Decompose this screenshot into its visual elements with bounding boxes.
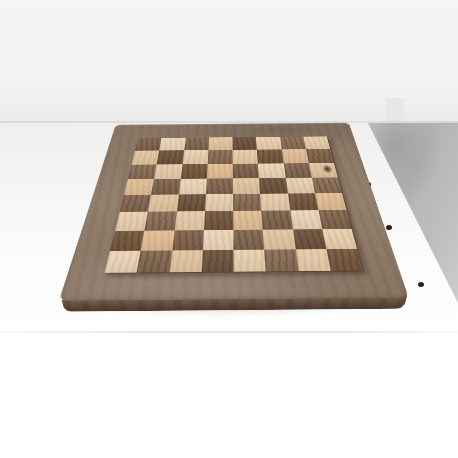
- board-square[interactable]: [157, 150, 184, 164]
- board-square[interactable]: [145, 212, 177, 231]
- photo-scene: [0, 0, 458, 458]
- board-square[interactable]: [176, 194, 205, 211]
- board-square[interactable]: [169, 250, 203, 272]
- board-square[interactable]: [105, 251, 141, 273]
- board-square[interactable]: [287, 193, 318, 210]
- board-square[interactable]: [115, 212, 148, 231]
- board-square[interactable]: [132, 151, 160, 165]
- board-square[interactable]: [137, 250, 172, 272]
- board-frame: [59, 123, 409, 301]
- board-square[interactable]: [326, 249, 363, 271]
- board-square[interactable]: [205, 194, 233, 211]
- chessboard: [59, 123, 409, 301]
- board-square[interactable]: [257, 150, 283, 164]
- board-square[interactable]: [295, 249, 330, 271]
- board-square[interactable]: [154, 164, 182, 179]
- board-square[interactable]: [312, 177, 342, 193]
- screw-hole: [386, 225, 392, 230]
- board-square[interactable]: [233, 163, 259, 178]
- board-square[interactable]: [141, 230, 174, 250]
- board-square[interactable]: [201, 250, 233, 272]
- board-square[interactable]: [233, 150, 258, 164]
- board-square[interactable]: [184, 137, 209, 150]
- board-square[interactable]: [148, 194, 178, 211]
- board-square[interactable]: [233, 211, 263, 230]
- board-square[interactable]: [285, 178, 314, 194]
- wall-frame-shadow: [386, 98, 404, 123]
- board-square[interactable]: [233, 178, 260, 194]
- board-square[interactable]: [233, 194, 262, 211]
- board-square[interactable]: [120, 195, 152, 212]
- board-square[interactable]: [204, 211, 234, 230]
- board-square[interactable]: [306, 149, 334, 163]
- table-front-edge: [0, 331, 458, 333]
- board-square[interactable]: [128, 164, 157, 179]
- board-square[interactable]: [110, 230, 145, 250]
- board-square[interactable]: [292, 229, 326, 249]
- board-square[interactable]: [159, 138, 185, 151]
- board-square[interactable]: [182, 150, 208, 164]
- board-square[interactable]: [303, 136, 330, 149]
- board-square[interactable]: [203, 230, 234, 250]
- board-square[interactable]: [172, 230, 204, 250]
- board-square[interactable]: [280, 137, 306, 150]
- table-back-edge: [0, 121, 458, 123]
- board-square[interactable]: [263, 229, 295, 249]
- board-square[interactable]: [206, 178, 233, 194]
- board-square[interactable]: [179, 178, 207, 194]
- board-square[interactable]: [180, 164, 207, 179]
- board-square[interactable]: [260, 194, 290, 211]
- board-square[interactable]: [290, 210, 322, 229]
- board-square[interactable]: [283, 163, 311, 178]
- board-square[interactable]: [208, 137, 232, 150]
- board-square[interactable]: [264, 249, 298, 271]
- board-square[interactable]: [258, 163, 285, 178]
- board-square[interactable]: [151, 179, 180, 195]
- board-square[interactable]: [233, 137, 258, 150]
- board-square[interactable]: [174, 211, 205, 230]
- board-square[interactable]: [262, 211, 293, 230]
- board-square[interactable]: [322, 229, 357, 249]
- board-square[interactable]: [207, 150, 232, 164]
- playing-field: [105, 136, 363, 272]
- board-square[interactable]: [315, 193, 347, 210]
- board-square[interactable]: [207, 164, 233, 179]
- board-square[interactable]: [233, 249, 265, 271]
- board-square[interactable]: [281, 149, 308, 163]
- board-square[interactable]: [318, 210, 351, 229]
- board-square[interactable]: [256, 137, 281, 150]
- board-square[interactable]: [309, 163, 338, 178]
- board-square[interactable]: [124, 179, 154, 195]
- board-square[interactable]: [259, 178, 287, 194]
- screw-hole: [418, 282, 424, 287]
- board-square[interactable]: [135, 138, 162, 151]
- board-square[interactable]: [233, 229, 264, 249]
